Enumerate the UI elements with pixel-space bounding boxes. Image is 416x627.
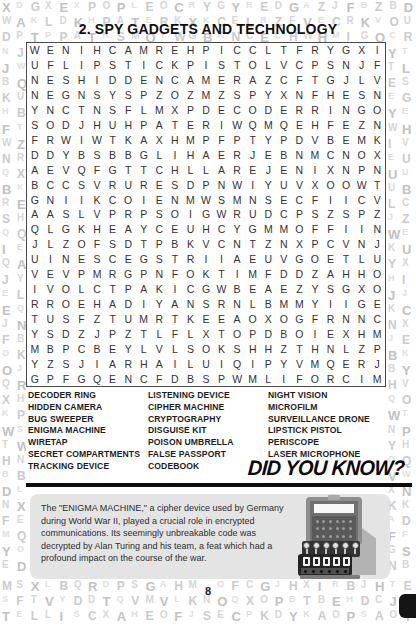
- grid-cell[interactable]: L: [152, 326, 168, 341]
- grid-cell[interactable]: E: [120, 252, 136, 267]
- grid-cell[interactable]: G: [338, 43, 354, 58]
- grid-cell[interactable]: I: [323, 297, 339, 312]
- grid-cell[interactable]: Q: [74, 162, 90, 177]
- grid-cell[interactable]: C: [292, 58, 308, 73]
- grid-cell[interactable]: Z: [323, 207, 339, 222]
- grid-cell[interactable]: K: [167, 58, 183, 73]
- grid-cell[interactable]: B: [89, 341, 105, 356]
- grid-cell[interactable]: F: [89, 237, 105, 252]
- grid-cell[interactable]: S: [323, 58, 339, 73]
- grid-cell[interactable]: S: [183, 341, 199, 356]
- grid-cell[interactable]: N: [229, 297, 245, 312]
- grid-cell[interactable]: Z: [89, 311, 105, 326]
- grid-cell[interactable]: F: [74, 311, 90, 326]
- grid-cell[interactable]: D: [167, 371, 183, 386]
- grid-cell[interactable]: G: [136, 252, 152, 267]
- grid-cell[interactable]: F: [307, 192, 323, 207]
- grid-cell[interactable]: I: [369, 43, 385, 58]
- grid-cell[interactable]: W: [198, 192, 214, 207]
- grid-cell[interactable]: P: [58, 341, 74, 356]
- grid-cell[interactable]: M: [276, 222, 292, 237]
- grid-cell[interactable]: J: [245, 147, 261, 162]
- grid-cell[interactable]: X: [292, 237, 308, 252]
- grid-cell[interactable]: O: [167, 88, 183, 103]
- grid-cell[interactable]: R: [354, 356, 370, 371]
- grid-cell[interactable]: R: [183, 252, 199, 267]
- grid-cell[interactable]: V: [89, 177, 105, 192]
- grid-cell[interactable]: C: [292, 192, 308, 207]
- grid-cell[interactable]: B: [74, 147, 90, 162]
- grid-cell[interactable]: X: [307, 177, 323, 192]
- grid-cell[interactable]: S: [120, 88, 136, 103]
- grid-cell[interactable]: X: [369, 147, 385, 162]
- grid-cell[interactable]: G: [120, 267, 136, 282]
- grid-cell[interactable]: I: [58, 192, 74, 207]
- grid-cell[interactable]: M: [245, 267, 261, 282]
- grid-cell[interactable]: M: [260, 222, 276, 237]
- grid-cell[interactable]: H: [307, 341, 323, 356]
- grid-cell[interactable]: E: [369, 297, 385, 312]
- grid-cell[interactable]: P: [354, 207, 370, 222]
- grid-cell[interactable]: I: [214, 43, 230, 58]
- grid-cell[interactable]: M: [183, 132, 199, 147]
- grid-cell[interactable]: O: [369, 267, 385, 282]
- grid-cell[interactable]: E: [338, 88, 354, 103]
- grid-cell[interactable]: U: [198, 356, 214, 371]
- grid-cell[interactable]: G: [58, 88, 74, 103]
- grid-cell[interactable]: N: [167, 192, 183, 207]
- grid-cell[interactable]: P: [198, 43, 214, 58]
- grid-cell[interactable]: R: [292, 103, 308, 118]
- grid-cell[interactable]: N: [74, 88, 90, 103]
- grid-cell[interactable]: T: [229, 58, 245, 73]
- grid-cell[interactable]: D: [120, 297, 136, 312]
- grid-cell[interactable]: F: [260, 267, 276, 282]
- grid-cell[interactable]: E: [105, 371, 121, 386]
- grid-cell[interactable]: Y: [136, 222, 152, 237]
- grid-cell[interactable]: A: [214, 162, 230, 177]
- grid-cell[interactable]: N: [292, 88, 308, 103]
- grid-cell[interactable]: S: [152, 207, 168, 222]
- grid-cell[interactable]: A: [105, 297, 121, 312]
- grid-cell[interactable]: E: [338, 132, 354, 147]
- grid-cell[interactable]: P: [105, 207, 121, 222]
- grid-cell[interactable]: N: [369, 222, 385, 237]
- grid-cell[interactable]: Q: [245, 118, 261, 133]
- grid-cell[interactable]: N: [338, 311, 354, 326]
- grid-cell[interactable]: Y: [229, 222, 245, 237]
- grid-cell[interactable]: P: [229, 132, 245, 147]
- grid-cell[interactable]: T: [136, 326, 152, 341]
- grid-cell[interactable]: F: [292, 43, 308, 58]
- grid-cell[interactable]: I: [198, 252, 214, 267]
- grid-cell[interactable]: F: [214, 132, 230, 147]
- grid-cell[interactable]: E: [152, 192, 168, 207]
- grid-cell[interactable]: M: [354, 132, 370, 147]
- grid-cell[interactable]: N: [338, 162, 354, 177]
- grid-cell[interactable]: K: [183, 311, 199, 326]
- grid-cell[interactable]: A: [120, 222, 136, 237]
- grid-cell[interactable]: L: [260, 43, 276, 58]
- grid-cell[interactable]: E: [167, 222, 183, 237]
- grid-cell[interactable]: L: [43, 237, 59, 252]
- grid-cell[interactable]: E: [260, 147, 276, 162]
- grid-cell[interactable]: I: [167, 282, 183, 297]
- grid-cell[interactable]: N: [338, 58, 354, 73]
- grid-cell[interactable]: C: [229, 103, 245, 118]
- grid-cell[interactable]: N: [369, 118, 385, 133]
- grid-cell[interactable]: P: [136, 207, 152, 222]
- grid-cell[interactable]: G: [27, 371, 43, 386]
- grid-cell[interactable]: E: [338, 356, 354, 371]
- grid-cell[interactable]: P: [198, 177, 214, 192]
- grid-cell[interactable]: B: [323, 132, 339, 147]
- grid-cell[interactable]: D: [260, 207, 276, 222]
- grid-cell[interactable]: Y: [58, 147, 74, 162]
- grid-cell[interactable]: F: [27, 132, 43, 147]
- grid-cell[interactable]: I: [276, 371, 292, 386]
- grid-cell[interactable]: I: [214, 356, 230, 371]
- grid-cell[interactable]: M: [183, 192, 199, 207]
- grid-cell[interactable]: R: [229, 162, 245, 177]
- grid-cell[interactable]: N: [229, 237, 245, 252]
- grid-cell[interactable]: I: [307, 162, 323, 177]
- grid-cell[interactable]: O: [369, 282, 385, 297]
- grid-cell[interactable]: I: [338, 192, 354, 207]
- grid-cell[interactable]: A: [27, 207, 43, 222]
- grid-cell[interactable]: K: [152, 282, 168, 297]
- grid-cell[interactable]: W: [89, 132, 105, 147]
- grid-cell[interactable]: E: [105, 222, 121, 237]
- grid-cell[interactable]: V: [89, 207, 105, 222]
- grid-cell[interactable]: C: [152, 58, 168, 73]
- grid-cell[interactable]: T: [167, 311, 183, 326]
- grid-cell[interactable]: G: [354, 103, 370, 118]
- grid-cell[interactable]: C: [338, 371, 354, 386]
- grid-cell[interactable]: M: [198, 88, 214, 103]
- grid-cell[interactable]: W: [214, 282, 230, 297]
- grid-cell[interactable]: D: [260, 103, 276, 118]
- grid-cell[interactable]: V: [58, 267, 74, 282]
- grid-cell[interactable]: I: [307, 326, 323, 341]
- word-search-grid[interactable]: WENIHCAMREHPICCLTFRYGXIUFLIPSTICKPISTOLV…: [26, 42, 386, 387]
- grid-cell[interactable]: L: [136, 103, 152, 118]
- grid-cell[interactable]: T: [136, 162, 152, 177]
- grid-cell[interactable]: M: [292, 297, 308, 312]
- grid-cell[interactable]: Y: [27, 103, 43, 118]
- grid-cell[interactable]: G: [74, 371, 90, 386]
- grid-cell[interactable]: H: [89, 222, 105, 237]
- grid-cell[interactable]: O: [229, 326, 245, 341]
- grid-cell[interactable]: I: [89, 356, 105, 371]
- grid-cell[interactable]: M: [260, 118, 276, 133]
- grid-cell[interactable]: C: [369, 311, 385, 326]
- grid-cell[interactable]: G: [105, 162, 121, 177]
- grid-cell[interactable]: H: [167, 162, 183, 177]
- grid-cell[interactable]: X: [167, 103, 183, 118]
- grid-cell[interactable]: N: [354, 311, 370, 326]
- grid-cell[interactable]: F: [292, 73, 308, 88]
- grid-cell[interactable]: R: [43, 132, 59, 147]
- grid-cell[interactable]: S: [89, 88, 105, 103]
- grid-cell[interactable]: P: [89, 58, 105, 73]
- grid-cell[interactable]: H: [354, 267, 370, 282]
- grid-cell[interactable]: Y: [152, 297, 168, 312]
- grid-cell[interactable]: E: [245, 252, 261, 267]
- grid-cell[interactable]: H: [89, 118, 105, 133]
- grid-cell[interactable]: I: [354, 222, 370, 237]
- grid-cell[interactable]: A: [198, 147, 214, 162]
- grid-cell[interactable]: T: [338, 252, 354, 267]
- grid-cell[interactable]: W: [214, 207, 230, 222]
- grid-cell[interactable]: S: [58, 73, 74, 88]
- grid-cell[interactable]: C: [323, 147, 339, 162]
- grid-cell[interactable]: H: [323, 88, 339, 103]
- grid-cell[interactable]: I: [74, 192, 90, 207]
- grid-cell[interactable]: R: [214, 297, 230, 312]
- grid-cell[interactable]: G: [292, 311, 308, 326]
- grid-cell[interactable]: C: [74, 341, 90, 356]
- grid-cell[interactable]: D: [120, 237, 136, 252]
- grid-cell[interactable]: E: [245, 162, 261, 177]
- grid-cell[interactable]: E: [43, 73, 59, 88]
- grid-cell[interactable]: P: [369, 341, 385, 356]
- grid-cell[interactable]: O: [120, 192, 136, 207]
- grid-cell[interactable]: E: [338, 118, 354, 133]
- grid-cell[interactable]: O: [198, 341, 214, 356]
- grid-cell[interactable]: N: [43, 192, 59, 207]
- grid-cell[interactable]: H: [120, 118, 136, 133]
- grid-cell[interactable]: I: [323, 192, 339, 207]
- grid-cell[interactable]: N: [120, 371, 136, 386]
- grid-cell[interactable]: S: [152, 252, 168, 267]
- grid-cell[interactable]: N: [27, 88, 43, 103]
- grid-cell[interactable]: N: [89, 103, 105, 118]
- grid-cell[interactable]: D: [276, 267, 292, 282]
- grid-cell[interactable]: T: [245, 132, 261, 147]
- grid-cell[interactable]: G: [198, 282, 214, 297]
- grid-cell[interactable]: V: [58, 162, 74, 177]
- grid-cell[interactable]: E: [183, 118, 199, 133]
- grid-cell[interactable]: O: [58, 297, 74, 312]
- grid-cell[interactable]: E: [152, 177, 168, 192]
- grid-cell[interactable]: C: [43, 177, 59, 192]
- grid-cell[interactable]: O: [369, 103, 385, 118]
- grid-cell[interactable]: M: [136, 311, 152, 326]
- grid-cell[interactable]: V: [307, 132, 323, 147]
- grid-cell[interactable]: W: [58, 132, 74, 147]
- grid-cell[interactable]: M: [276, 297, 292, 312]
- grid-cell[interactable]: S: [354, 88, 370, 103]
- grid-cell[interactable]: E: [105, 341, 121, 356]
- grid-cell[interactable]: Z: [152, 88, 168, 103]
- grid-cell[interactable]: E: [276, 282, 292, 297]
- grid-cell[interactable]: P: [260, 356, 276, 371]
- grid-cell[interactable]: X: [323, 162, 339, 177]
- grid-cell[interactable]: P: [198, 132, 214, 147]
- grid-cell[interactable]: X: [260, 311, 276, 326]
- grid-cell[interactable]: F: [323, 222, 339, 237]
- grid-cell[interactable]: V: [276, 58, 292, 73]
- grid-cell[interactable]: V: [369, 192, 385, 207]
- grid-cell[interactable]: C: [214, 222, 230, 237]
- grid-cell[interactable]: F: [369, 58, 385, 73]
- grid-cell[interactable]: O: [307, 252, 323, 267]
- grid-cell[interactable]: Y: [307, 297, 323, 312]
- grid-cell[interactable]: K: [74, 222, 90, 237]
- grid-cell[interactable]: M: [369, 371, 385, 386]
- grid-cell[interactable]: I: [74, 58, 90, 73]
- grid-cell[interactable]: E: [276, 162, 292, 177]
- grid-cell[interactable]: C: [58, 177, 74, 192]
- grid-cell[interactable]: T: [120, 58, 136, 73]
- grid-cell[interactable]: R: [43, 297, 59, 312]
- grid-cell[interactable]: U: [369, 252, 385, 267]
- grid-cell[interactable]: L: [354, 73, 370, 88]
- grid-cell[interactable]: A: [323, 267, 339, 282]
- grid-cell[interactable]: V: [152, 341, 168, 356]
- grid-cell[interactable]: H: [260, 341, 276, 356]
- grid-cell[interactable]: S: [105, 103, 121, 118]
- grid-cell[interactable]: D: [120, 73, 136, 88]
- grid-cell[interactable]: B: [43, 341, 59, 356]
- grid-cell[interactable]: U: [27, 58, 43, 73]
- grid-cell[interactable]: I: [354, 371, 370, 386]
- grid-cell[interactable]: G: [323, 73, 339, 88]
- grid-cell[interactable]: Y: [260, 132, 276, 147]
- grid-cell[interactable]: T: [105, 132, 121, 147]
- grid-cell[interactable]: G: [354, 297, 370, 312]
- grid-cell[interactable]: C: [105, 43, 121, 58]
- grid-cell[interactable]: M: [152, 103, 168, 118]
- grid-cell[interactable]: U: [260, 252, 276, 267]
- grid-cell[interactable]: D: [292, 267, 308, 282]
- grid-cell[interactable]: R: [136, 177, 152, 192]
- grid-cell[interactable]: N: [58, 252, 74, 267]
- grid-cell[interactable]: M: [229, 192, 245, 207]
- grid-cell[interactable]: N: [354, 237, 370, 252]
- grid-cell[interactable]: V: [276, 252, 292, 267]
- grid-cell[interactable]: R: [120, 207, 136, 222]
- grid-cell[interactable]: P: [183, 103, 199, 118]
- grid-cell[interactable]: K: [89, 192, 105, 207]
- grid-cell[interactable]: O: [183, 267, 199, 282]
- grid-cell[interactable]: H: [89, 297, 105, 312]
- grid-cell[interactable]: N: [323, 341, 339, 356]
- grid-cell[interactable]: J: [27, 237, 43, 252]
- grid-cell[interactable]: N: [214, 177, 230, 192]
- grid-cell[interactable]: K: [214, 341, 230, 356]
- grid-cell[interactable]: S: [229, 341, 245, 356]
- grid-cell[interactable]: L: [183, 162, 199, 177]
- grid-cell[interactable]: F: [307, 222, 323, 237]
- grid-cell[interactable]: C: [89, 282, 105, 297]
- grid-cell[interactable]: B: [260, 297, 276, 312]
- grid-cell[interactable]: N: [183, 297, 199, 312]
- grid-cell[interactable]: Q: [323, 356, 339, 371]
- grid-cell[interactable]: S: [89, 252, 105, 267]
- grid-cell[interactable]: A: [183, 73, 199, 88]
- grid-cell[interactable]: J: [74, 118, 90, 133]
- grid-cell[interactable]: T: [307, 73, 323, 88]
- grid-cell[interactable]: S: [214, 58, 230, 73]
- grid-cell[interactable]: P: [307, 58, 323, 73]
- grid-cell[interactable]: Y: [27, 356, 43, 371]
- grid-cell[interactable]: I: [338, 297, 354, 312]
- grid-cell[interactable]: G: [27, 192, 43, 207]
- grid-cell[interactable]: C: [167, 73, 183, 88]
- grid-cell[interactable]: E: [245, 282, 261, 297]
- grid-cell[interactable]: P: [292, 207, 308, 222]
- grid-cell[interactable]: D: [27, 147, 43, 162]
- grid-cell[interactable]: A: [136, 282, 152, 297]
- grid-cell[interactable]: P: [214, 371, 230, 386]
- grid-cell[interactable]: L: [245, 297, 261, 312]
- grid-cell[interactable]: Q: [276, 118, 292, 133]
- grid-cell[interactable]: H: [338, 267, 354, 282]
- grid-cell[interactable]: N: [369, 162, 385, 177]
- grid-cell[interactable]: E: [43, 162, 59, 177]
- grid-cell[interactable]: X: [276, 88, 292, 103]
- grid-cell[interactable]: S: [27, 118, 43, 133]
- grid-cell[interactable]: K: [198, 267, 214, 282]
- grid-cell[interactable]: I: [89, 73, 105, 88]
- grid-cell[interactable]: J: [354, 58, 370, 73]
- grid-cell[interactable]: Q: [27, 222, 43, 237]
- grid-cell[interactable]: U: [276, 177, 292, 192]
- grid-cell[interactable]: O: [167, 207, 183, 222]
- grid-cell[interactable]: I: [136, 192, 152, 207]
- grid-cell[interactable]: G: [245, 222, 261, 237]
- grid-cell[interactable]: H: [167, 132, 183, 147]
- grid-cell[interactable]: I: [323, 103, 339, 118]
- grid-cell[interactable]: R: [27, 297, 43, 312]
- grid-cell[interactable]: M: [27, 341, 43, 356]
- grid-cell[interactable]: Y: [120, 341, 136, 356]
- grid-cell[interactable]: I: [136, 297, 152, 312]
- grid-cell[interactable]: I: [27, 282, 43, 297]
- grid-cell[interactable]: H: [198, 222, 214, 237]
- grid-cell[interactable]: D: [260, 326, 276, 341]
- grid-cell[interactable]: S: [323, 282, 339, 297]
- grid-cell[interactable]: F: [307, 88, 323, 103]
- grid-cell[interactable]: N: [276, 237, 292, 252]
- grid-cell[interactable]: H: [183, 43, 199, 58]
- grid-cell[interactable]: C: [354, 192, 370, 207]
- grid-cell[interactable]: S: [105, 237, 121, 252]
- grid-cell[interactable]: D: [183, 177, 199, 192]
- grid-cell[interactable]: D: [58, 326, 74, 341]
- grid-cell[interactable]: S: [229, 88, 245, 103]
- grid-cell[interactable]: T: [245, 237, 261, 252]
- grid-cell[interactable]: O: [323, 177, 339, 192]
- grid-cell[interactable]: R: [323, 311, 339, 326]
- grid-cell[interactable]: S: [198, 371, 214, 386]
- grid-cell[interactable]: E: [214, 73, 230, 88]
- grid-cell[interactable]: Z: [307, 267, 323, 282]
- grid-cell[interactable]: Z: [58, 237, 74, 252]
- grid-cell[interactable]: P: [120, 282, 136, 297]
- grid-cell[interactable]: H: [89, 43, 105, 58]
- grid-cell[interactable]: Y: [27, 326, 43, 341]
- grid-cell[interactable]: F: [120, 103, 136, 118]
- grid-cell[interactable]: C: [58, 103, 74, 118]
- grid-cell[interactable]: Z: [74, 326, 90, 341]
- grid-cell[interactable]: H: [136, 356, 152, 371]
- grid-cell[interactable]: T: [214, 326, 230, 341]
- grid-cell[interactable]: H: [74, 73, 90, 88]
- grid-cell[interactable]: O: [338, 177, 354, 192]
